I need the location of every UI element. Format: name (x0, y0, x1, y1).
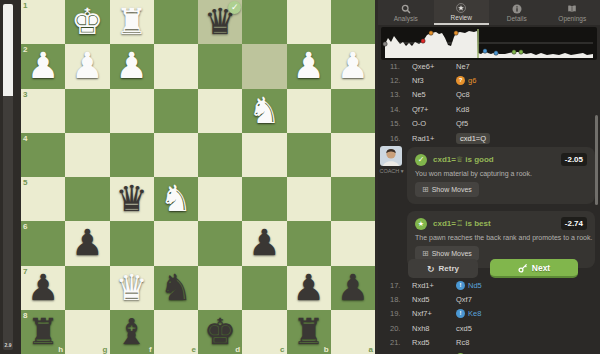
board-grid-icon: ⊞ (422, 185, 429, 194)
file-label-a: a (369, 345, 373, 354)
evaluation-bar[interactable]: 2.9 (3, 4, 13, 350)
coach-card-good-desc: You won material by capturing a rook. (415, 170, 587, 177)
tab-bar: Analysis Review Details (378, 0, 600, 25)
square-f8[interactable]: ♝f (110, 310, 154, 354)
black-pawn-g6[interactable]: ♟ (65, 221, 109, 265)
square-b7[interactable]: ♟ (287, 266, 331, 310)
retry-label: Retry (439, 264, 459, 273)
square-h4[interactable]: 4 (21, 133, 65, 177)
square-b2[interactable]: ♟ (287, 44, 331, 88)
square-e8[interactable]: e (154, 310, 198, 354)
white-knight-c3[interactable]: ♞ (242, 89, 286, 133)
black-move[interactable]: cxd1=Q (456, 133, 490, 144)
rank-label-8: 8 (23, 311, 27, 320)
square-d4[interactable] (198, 133, 242, 177)
file-label-f: f (149, 345, 152, 354)
move-number: 21. (390, 338, 412, 347)
square-f5[interactable]: ♛ (110, 177, 154, 221)
move-row-22: 22.g3★Rc2 (378, 350, 596, 354)
move-number: 14. (390, 105, 412, 114)
black-move-text: Ne7 (456, 62, 470, 71)
black-move-text: Rc8 (456, 338, 469, 347)
square-g5[interactable] (65, 177, 109, 221)
square-h7[interactable]: ♟7 (21, 266, 65, 310)
white-king-g1[interactable]: ♚ (65, 0, 109, 44)
black-move[interactable]: Qxf7 (456, 295, 472, 304)
white-rook-f1[interactable]: ♜ (110, 0, 154, 44)
square-b4[interactable] (287, 133, 331, 177)
mistake-move-icon: ? (456, 76, 465, 85)
analysis-panel: Analysis Review Details (378, 0, 600, 354)
coach-card-best-desc: The pawn reaches the back rank and promo… (415, 234, 587, 241)
square-a1[interactable] (331, 0, 375, 44)
move-row-19: 19.Nxf7+!Ke8 (378, 307, 596, 321)
square-d3[interactable] (198, 89, 242, 133)
square-a4[interactable] (331, 133, 375, 177)
square-h6[interactable]: 6 (21, 221, 65, 265)
square-c3[interactable]: ♞ (242, 89, 286, 133)
square-d7[interactable] (198, 266, 242, 310)
black-move[interactable]: !Ke8 (456, 309, 481, 318)
square-d6[interactable] (198, 221, 242, 265)
square-g8[interactable]: g (65, 310, 109, 354)
white-pawn-f2[interactable]: ♟ (110, 44, 154, 88)
coach-card-best-eval: -2.74 (561, 217, 587, 230)
great-move-icon: ! (456, 309, 465, 318)
tab-review[interactable]: Review (434, 0, 490, 25)
square-h8[interactable]: ♜8h (21, 310, 65, 354)
rank-label-1: 1 (23, 1, 27, 10)
black-knight-e7[interactable]: ♞ (154, 266, 198, 310)
square-c2[interactable] (242, 44, 286, 88)
book-icon (567, 4, 577, 14)
move-row-11: 11.Qxe6+Ne7 (378, 59, 596, 73)
coach-card-best-header: ★ cxd1=♖ is best -2.74 (415, 217, 587, 230)
square-g7[interactable] (65, 266, 109, 310)
check-circle-icon: ✓ (415, 154, 427, 166)
tab-openings-label: Openings (558, 15, 586, 22)
square-c5[interactable] (242, 177, 286, 221)
move-row-16: 16.Rad1+cxd1=Q (378, 131, 596, 145)
black-move[interactable]: Qf5 (456, 119, 468, 128)
rank-label-7: 7 (23, 267, 27, 276)
black-move[interactable]: ?g6 (456, 76, 476, 85)
tab-analysis[interactable]: Analysis (378, 0, 434, 25)
coach-card-best-title: cxd1=♖ is best (433, 219, 491, 228)
square-c7[interactable] (242, 266, 286, 310)
evaluation-value: 2.9 (3, 342, 13, 348)
square-a5[interactable] (331, 177, 375, 221)
move-number: 15. (390, 119, 412, 128)
move-list-upper: 11.Qxe6+Ne712.Nf3?g613.Ne5Qc814.Qf7+Kd81… (378, 59, 596, 145)
square-c6[interactable]: ♟ (242, 221, 286, 265)
black-move[interactable]: Qc8 (456, 90, 470, 99)
rank-label-3: 3 (23, 90, 27, 99)
black-pawn-a7[interactable]: ♟ (331, 266, 375, 310)
black-move[interactable]: Kd8 (456, 105, 469, 114)
move-number: 11. (390, 62, 412, 71)
white-move[interactable]: O-O (412, 119, 456, 128)
game-review-app: 2.9 1♚♜♛✓♟2♟♟♟♟3♞45♛♞6♟♟♟7♛♞♟♟♜8hg♝fe♚dc… (0, 0, 600, 354)
square-g1[interactable]: ♚ (65, 0, 109, 44)
black-move-text: g6 (468, 76, 476, 85)
file-label-h: h (58, 345, 63, 354)
black-move-text: Ke8 (468, 309, 481, 318)
white-move[interactable]: Rad1+ (412, 134, 456, 143)
move-row-17: 17.Rxd1+!Nd5 (378, 278, 596, 292)
white-move[interactable]: Nf3 (412, 76, 456, 85)
move-number: 19. (390, 309, 412, 318)
move-row-12: 12.Nf3?g6 (378, 73, 596, 87)
white-move[interactable]: Nxh8 (412, 324, 456, 333)
coach-card-good-title: cxd1=♕ is good (433, 155, 494, 164)
move-list-lower: 17.Rxd1+!Nd518.Nxd5Qxf719.Nxf7+!Ke820.Nx… (378, 278, 596, 354)
square-e3[interactable] (154, 89, 198, 133)
key-icon (518, 263, 528, 273)
square-f7[interactable]: ♛ (110, 266, 154, 310)
black-move-text: Qxf7 (456, 295, 472, 304)
coach-photo (380, 146, 402, 166)
tab-details[interactable]: Details (489, 0, 545, 25)
rank-label-6: 6 (23, 222, 27, 231)
square-e4[interactable] (154, 133, 198, 177)
square-b1[interactable] (287, 0, 331, 44)
square-c4[interactable] (242, 133, 286, 177)
square-h3[interactable]: 3 (21, 89, 65, 133)
square-c1[interactable] (242, 0, 286, 44)
black-pawn-h7[interactable]: ♟ (21, 266, 65, 310)
next-button[interactable]: Next (490, 259, 578, 278)
square-d2[interactable] (198, 44, 242, 88)
magnifier-icon (401, 4, 411, 14)
white-pawn-b2[interactable]: ♟ (287, 44, 331, 88)
square-f6[interactable] (110, 221, 154, 265)
tab-openings[interactable]: Openings (545, 0, 600, 25)
square-f3[interactable] (110, 89, 154, 133)
board-grid-icon: ⊞ (422, 249, 429, 258)
move-number: 17. (390, 281, 412, 290)
square-b8[interactable]: ♜b (287, 310, 331, 354)
white-knight-e5[interactable]: ♞ (154, 177, 198, 221)
white-pawn-h2[interactable]: ♟ (21, 44, 65, 88)
square-g4[interactable] (65, 133, 109, 177)
coach-card-good-header: ✓ cxd1=♕ is good -2.05 (415, 153, 587, 166)
square-d8[interactable]: ♚d (198, 310, 242, 354)
square-h5[interactable]: 5 (21, 177, 65, 221)
show-moves-button-1[interactable]: ⊞ Show Moves (415, 182, 479, 197)
move-number: 20. (390, 324, 412, 333)
black-move[interactable]: Rc8 (456, 338, 469, 347)
coach-avatar[interactable] (380, 146, 402, 166)
black-move-text: Qc8 (456, 90, 470, 99)
square-g6[interactable]: ♟ (65, 221, 109, 265)
move-row-18: 18.Nxd5Qxf7 (378, 292, 596, 306)
square-g3[interactable] (65, 89, 109, 133)
star-circle-icon (456, 3, 466, 13)
black-move-text: Nd5 (468, 281, 482, 290)
black-move[interactable]: cxd5 (456, 324, 472, 333)
rank-label-4: 4 (23, 134, 27, 143)
rank-label-5: 5 (23, 178, 27, 187)
coach-card-good: ✓ cxd1=♕ is good -2.05 You won material … (407, 147, 595, 204)
black-queen-f5[interactable]: ♛ (110, 177, 154, 221)
white-pawn-a2[interactable]: ♟ (331, 44, 375, 88)
file-label-e: e (192, 345, 196, 354)
white-pawn-g2[interactable]: ♟ (65, 44, 109, 88)
file-label-b: b (324, 345, 329, 354)
square-f4[interactable] (110, 133, 154, 177)
square-a6[interactable] (331, 221, 375, 265)
square-h2[interactable]: ♟2 (21, 44, 65, 88)
square-h1[interactable]: 1 (21, 0, 65, 44)
square-a3[interactable] (331, 89, 375, 133)
move-number: 18. (390, 295, 412, 304)
square-e1[interactable] (154, 0, 198, 44)
move-row-21: 21.Rxd5Rc8 (378, 336, 596, 350)
black-bishop-f8[interactable]: ♝ (110, 310, 154, 354)
file-label-g: g (103, 345, 108, 354)
white-queen-f7[interactable]: ♛ (110, 266, 154, 310)
move-number: 16. (390, 134, 412, 143)
tab-review-label: Review (451, 14, 472, 21)
tab-analysis-label: Analysis (394, 15, 418, 22)
square-a8[interactable]: a (331, 310, 375, 354)
white-move[interactable]: Qf7+ (412, 105, 456, 114)
move-row-20: 20.Nxh8cxd5 (378, 321, 596, 335)
white-move[interactable]: Rxd1+ (412, 281, 456, 290)
chess-board[interactable]: 1♚♜♛✓♟2♟♟♟♟3♞45♛♞6♟♟♟7♛♞♟♟♜8hg♝fe♚dc♜ba (21, 0, 375, 354)
white-move[interactable]: Qxe6+ (412, 62, 456, 71)
move-number: 12. (390, 76, 412, 85)
star-circle-best-icon: ★ (415, 218, 427, 230)
square-b6[interactable] (287, 221, 331, 265)
square-f2[interactable]: ♟ (110, 44, 154, 88)
black-pawn-b7[interactable]: ♟ (287, 266, 331, 310)
retry-button[interactable]: ↻ Retry (408, 259, 478, 278)
move-row-15: 15.O-OQf5 (378, 117, 596, 131)
rank-label-2: 2 (23, 45, 27, 54)
square-e6[interactable] (154, 221, 198, 265)
square-a2[interactable]: ♟ (331, 44, 375, 88)
square-e2[interactable] (154, 44, 198, 88)
coach-card-good-eval: -2.05 (561, 153, 587, 166)
square-d5[interactable] (198, 177, 242, 221)
great-move-icon: ! (456, 281, 465, 290)
file-label-d: d (235, 345, 240, 354)
coach-label[interactable]: COACH ▾ (378, 168, 405, 174)
black-move-text: Kd8 (456, 105, 469, 114)
square-e5[interactable]: ♞ (154, 177, 198, 221)
black-move[interactable]: Ne7 (456, 62, 470, 71)
panel-scrollbar[interactable] (595, 115, 598, 205)
square-e7[interactable]: ♞ (154, 266, 198, 310)
tab-details-label: Details (507, 15, 527, 22)
black-pawn-c6[interactable]: ♟ (242, 221, 286, 265)
square-a7[interactable]: ♟ (331, 266, 375, 310)
square-d1[interactable]: ♛✓ (198, 0, 242, 44)
square-f1[interactable]: ♜ (110, 0, 154, 44)
white-move[interactable]: Nxf7+ (412, 309, 456, 318)
square-b5[interactable] (287, 177, 331, 221)
square-c8[interactable]: c (242, 310, 286, 354)
move-row-13: 13.Ne5Qc8 (378, 88, 596, 102)
square-b3[interactable] (287, 89, 331, 133)
info-circle-icon (512, 4, 522, 14)
evaluation-graph-svg (381, 27, 597, 60)
black-move[interactable]: !Nd5 (456, 281, 482, 290)
show-moves-label-1: Show Moves (432, 186, 472, 193)
move-number: 13. (390, 90, 412, 99)
file-label-c: c (280, 345, 284, 354)
black-move-text: Qf5 (456, 119, 468, 128)
show-moves-label-2: Show Moves (432, 250, 472, 257)
black-move-text: cxd1=Q (456, 133, 490, 144)
square-g2[interactable]: ♟ (65, 44, 109, 88)
white-move[interactable]: Ne5 (412, 90, 456, 99)
next-label: Next (532, 263, 550, 273)
evaluation-graph[interactable] (381, 27, 597, 60)
move-row-14: 14.Qf7+Kd8 (378, 102, 596, 116)
retry-icon: ↻ (427, 264, 435, 274)
evaluation-bar-white-share (3, 4, 13, 96)
coach-cards: ✓ cxd1=♕ is good -2.05 You won material … (407, 147, 595, 275)
black-move-text: cxd5 (456, 324, 472, 333)
white-move[interactable]: Rxd5 (412, 338, 456, 347)
white-move[interactable]: Nxd5 (412, 295, 456, 304)
